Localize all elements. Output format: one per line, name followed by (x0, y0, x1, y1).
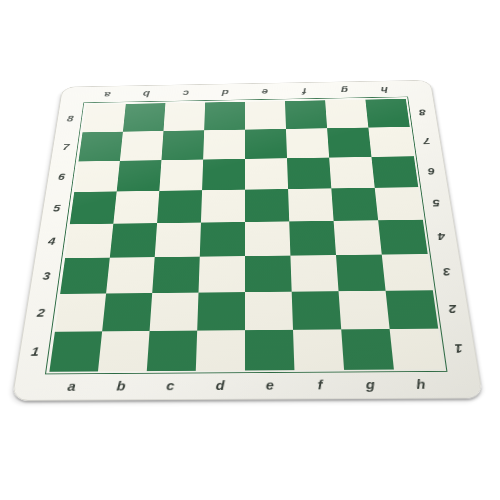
square-d7[interactable] (203, 129, 245, 159)
file-label-g-bottom: g (344, 374, 396, 396)
square-g3[interactable] (336, 254, 386, 291)
file-label-g-top: g (324, 83, 365, 97)
square-d1[interactable] (195, 330, 244, 371)
square-b8[interactable] (123, 103, 165, 131)
rank-label-3-right: 3 (433, 254, 462, 291)
file-label-a-bottom: a (46, 376, 98, 397)
square-f1[interactable] (292, 329, 343, 370)
square-f6[interactable] (287, 157, 331, 188)
square-a5[interactable] (69, 191, 116, 224)
file-label-h-top: h (364, 83, 406, 97)
square-h4[interactable] (378, 219, 428, 254)
square-g6[interactable] (329, 157, 375, 188)
rank-label-8-right: 8 (410, 98, 435, 126)
square-a1[interactable] (49, 331, 102, 371)
square-c8[interactable] (163, 102, 205, 130)
square-b3[interactable] (106, 257, 155, 293)
board-frame (45, 97, 448, 375)
square-e7[interactable] (245, 129, 287, 159)
square-h6[interactable] (371, 156, 418, 188)
square-h8[interactable] (365, 99, 409, 128)
square-h1[interactable] (389, 328, 443, 369)
photo-background: abcdefgh abcdefgh 87654321 87654321 (0, 0, 500, 500)
square-b5[interactable] (113, 191, 159, 224)
file-label-b-bottom: b (95, 375, 146, 396)
square-h5[interactable] (374, 187, 422, 220)
square-c3[interactable] (152, 256, 200, 292)
square-d5[interactable] (201, 189, 245, 222)
square-f5[interactable] (288, 188, 333, 221)
square-c4[interactable] (154, 222, 200, 257)
file-label-d-bottom: d (195, 375, 245, 396)
square-a6[interactable] (74, 161, 120, 192)
square-e1[interactable] (244, 329, 293, 370)
square-b7[interactable] (119, 131, 163, 161)
square-h2[interactable] (385, 290, 438, 329)
rank-label-4-right: 4 (428, 219, 456, 254)
square-f3[interactable] (290, 255, 338, 292)
file-label-b-top: b (126, 87, 166, 101)
square-e2[interactable] (245, 291, 293, 330)
file-label-h-bottom: h (394, 374, 447, 396)
rank-label-6-right: 6 (418, 156, 444, 187)
file-labels-bottom: abcdefgh (46, 374, 448, 398)
square-e5[interactable] (245, 189, 289, 222)
square-d2[interactable] (197, 292, 245, 330)
square-g2[interactable] (338, 290, 389, 329)
square-a4[interactable] (65, 223, 113, 257)
file-label-c-bottom: c (145, 375, 196, 396)
square-g5[interactable] (331, 187, 378, 220)
square-c1[interactable] (146, 330, 196, 371)
file-label-a-top: a (87, 88, 128, 102)
rank-label-2-right: 2 (438, 290, 468, 329)
square-e4[interactable] (245, 221, 290, 256)
file-label-f-bottom: f (295, 374, 346, 396)
square-b6[interactable] (116, 160, 161, 191)
square-f8[interactable] (285, 100, 327, 129)
square-e3[interactable] (245, 255, 292, 292)
square-d6[interactable] (202, 159, 245, 190)
square-a2[interactable] (54, 293, 105, 331)
square-g1[interactable] (341, 329, 394, 370)
square-g8[interactable] (325, 99, 368, 128)
square-c5[interactable] (157, 190, 202, 223)
square-a7[interactable] (78, 131, 122, 161)
chess-board (49, 99, 443, 372)
chess-mat: abcdefgh abcdefgh 87654321 87654321 (11, 80, 483, 401)
rank-label-7-right: 7 (414, 126, 440, 156)
file-label-e-bottom: e (245, 375, 295, 396)
file-label-c-top: c (166, 86, 206, 100)
square-b1[interactable] (97, 331, 149, 371)
square-f2[interactable] (291, 291, 341, 330)
file-label-f-top: f (284, 84, 325, 98)
square-h7[interactable] (368, 127, 414, 157)
square-a3[interactable] (60, 257, 110, 293)
square-f7[interactable] (286, 128, 329, 158)
square-c2[interactable] (149, 292, 198, 330)
square-d4[interactable] (199, 222, 244, 257)
square-a8[interactable] (82, 104, 125, 132)
rank-label-1-right: 1 (443, 328, 474, 369)
file-label-d-top: d (205, 86, 245, 100)
square-e8[interactable] (245, 101, 286, 130)
square-f4[interactable] (289, 221, 336, 256)
square-d3[interactable] (198, 256, 244, 292)
square-g4[interactable] (333, 220, 381, 255)
rank-label-5-right: 5 (423, 187, 450, 220)
square-g7[interactable] (327, 127, 371, 157)
file-label-e-top: e (245, 85, 285, 99)
square-h3[interactable] (381, 254, 432, 291)
square-e6[interactable] (245, 158, 288, 189)
square-c6[interactable] (159, 159, 203, 190)
square-b2[interactable] (102, 293, 152, 331)
square-d8[interactable] (204, 101, 245, 130)
square-c7[interactable] (161, 130, 204, 160)
square-b4[interactable] (109, 223, 156, 258)
